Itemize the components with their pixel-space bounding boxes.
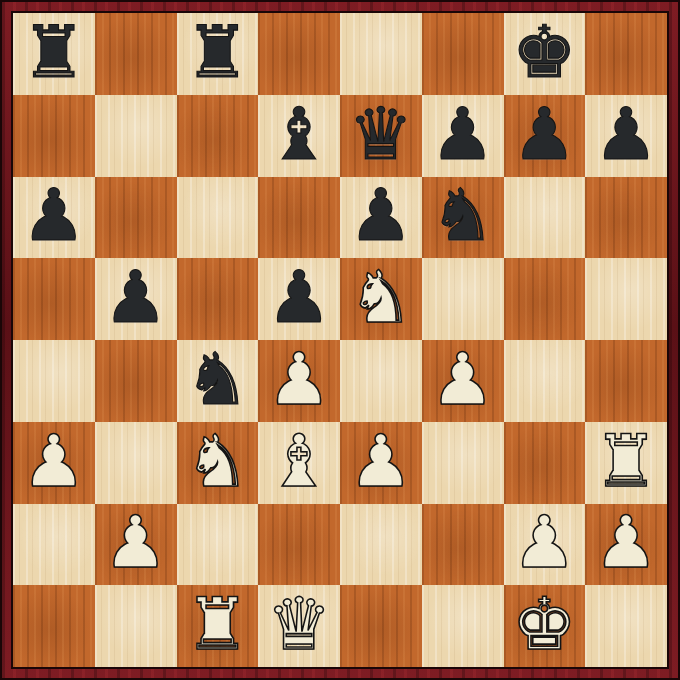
square-h8[interactable] [585, 13, 667, 95]
white-queen-d1[interactable]: ♛ [267, 588, 332, 660]
square-g2[interactable]: ♟ [504, 504, 586, 586]
square-b8[interactable] [95, 13, 177, 95]
black-rook-a8[interactable]: ♜ [22, 16, 87, 88]
square-d8[interactable] [258, 13, 340, 95]
square-f4[interactable]: ♟ [422, 340, 504, 422]
square-d7[interactable]: ♝ [258, 95, 340, 177]
square-a6[interactable]: ♟ [13, 177, 95, 259]
square-a3[interactable]: ♟ [13, 422, 95, 504]
black-pawn-a6[interactable]: ♟ [22, 179, 87, 251]
black-king-g8[interactable]: ♚ [512, 16, 577, 88]
square-c5[interactable] [177, 258, 259, 340]
square-h1[interactable] [585, 585, 667, 667]
white-knight-e5[interactable]: ♞ [349, 261, 414, 333]
square-g8[interactable]: ♚ [504, 13, 586, 95]
black-pawn-h7[interactable]: ♟ [594, 98, 659, 170]
square-d2[interactable] [258, 504, 340, 586]
white-king-g1[interactable]: ♚ [512, 588, 577, 660]
square-g1[interactable]: ♚ [504, 585, 586, 667]
square-b4[interactable] [95, 340, 177, 422]
square-b3[interactable] [95, 422, 177, 504]
square-b1[interactable] [95, 585, 177, 667]
square-e4[interactable] [340, 340, 422, 422]
square-c1[interactable]: ♜ [177, 585, 259, 667]
square-h4[interactable] [585, 340, 667, 422]
white-rook-c1[interactable]: ♜ [185, 588, 250, 660]
square-e5[interactable]: ♞ [340, 258, 422, 340]
chess-board: ♜♜♚♝♛♟♟♟♟♟♞♟♟♞♞♟♟♟♞♝♟♜♟♟♟♜♛♚ [11, 11, 669, 669]
square-b2[interactable]: ♟ [95, 504, 177, 586]
square-f5[interactable] [422, 258, 504, 340]
square-h5[interactable] [585, 258, 667, 340]
square-f2[interactable] [422, 504, 504, 586]
square-e2[interactable] [340, 504, 422, 586]
white-rook-h3[interactable]: ♜ [594, 425, 659, 497]
square-f8[interactable] [422, 13, 504, 95]
square-b7[interactable] [95, 95, 177, 177]
square-a4[interactable] [13, 340, 95, 422]
black-bishop-d7[interactable]: ♝ [267, 98, 332, 170]
square-e7[interactable]: ♛ [340, 95, 422, 177]
square-h2[interactable]: ♟ [585, 504, 667, 586]
square-a1[interactable] [13, 585, 95, 667]
black-knight-f6[interactable]: ♞ [430, 179, 495, 251]
black-queen-e7[interactable]: ♛ [349, 98, 414, 170]
black-pawn-b5[interactable]: ♟ [103, 261, 168, 333]
square-f6[interactable]: ♞ [422, 177, 504, 259]
square-e8[interactable] [340, 13, 422, 95]
square-d3[interactable]: ♝ [258, 422, 340, 504]
white-pawn-e3[interactable]: ♟ [349, 425, 414, 497]
square-c2[interactable] [177, 504, 259, 586]
white-bishop-d3[interactable]: ♝ [267, 425, 332, 497]
black-pawn-d5[interactable]: ♟ [267, 261, 332, 333]
square-e3[interactable]: ♟ [340, 422, 422, 504]
white-knight-c3[interactable]: ♞ [185, 425, 250, 497]
square-h7[interactable]: ♟ [585, 95, 667, 177]
black-rook-c8[interactable]: ♜ [185, 16, 250, 88]
board-frame: ♜♜♚♝♛♟♟♟♟♟♞♟♟♞♞♟♟♟♞♝♟♜♟♟♟♜♛♚ [0, 0, 680, 680]
square-f1[interactable] [422, 585, 504, 667]
square-c7[interactable] [177, 95, 259, 177]
white-pawn-f4[interactable]: ♟ [430, 343, 495, 415]
black-pawn-g7[interactable]: ♟ [512, 98, 577, 170]
square-a8[interactable]: ♜ [13, 13, 95, 95]
white-pawn-b2[interactable]: ♟ [103, 506, 168, 578]
square-d6[interactable] [258, 177, 340, 259]
black-pawn-f7[interactable]: ♟ [430, 98, 495, 170]
square-c8[interactable]: ♜ [177, 13, 259, 95]
square-b5[interactable]: ♟ [95, 258, 177, 340]
square-c3[interactable]: ♞ [177, 422, 259, 504]
square-d4[interactable]: ♟ [258, 340, 340, 422]
square-a5[interactable] [13, 258, 95, 340]
square-g3[interactable] [504, 422, 586, 504]
square-h3[interactable]: ♜ [585, 422, 667, 504]
square-g6[interactable] [504, 177, 586, 259]
square-f3[interactable] [422, 422, 504, 504]
square-g7[interactable]: ♟ [504, 95, 586, 177]
square-c6[interactable] [177, 177, 259, 259]
square-b6[interactable] [95, 177, 177, 259]
white-pawn-a3[interactable]: ♟ [22, 425, 87, 497]
black-knight-c4[interactable]: ♞ [185, 343, 250, 415]
white-pawn-h2[interactable]: ♟ [594, 506, 659, 578]
square-a2[interactable] [13, 504, 95, 586]
square-h6[interactable] [585, 177, 667, 259]
square-f7[interactable]: ♟ [422, 95, 504, 177]
square-g5[interactable] [504, 258, 586, 340]
chess-diagram: ♜♜♚♝♛♟♟♟♟♟♞♟♟♞♞♟♟♟♞♝♟♜♟♟♟♜♛♚ [0, 0, 680, 680]
square-e1[interactable] [340, 585, 422, 667]
white-pawn-g2[interactable]: ♟ [512, 506, 577, 578]
square-d1[interactable]: ♛ [258, 585, 340, 667]
black-pawn-e6[interactable]: ♟ [349, 179, 414, 251]
white-pawn-d4[interactable]: ♟ [267, 343, 332, 415]
square-d5[interactable]: ♟ [258, 258, 340, 340]
square-c4[interactable]: ♞ [177, 340, 259, 422]
square-a7[interactable] [13, 95, 95, 177]
square-g4[interactable] [504, 340, 586, 422]
square-e6[interactable]: ♟ [340, 177, 422, 259]
